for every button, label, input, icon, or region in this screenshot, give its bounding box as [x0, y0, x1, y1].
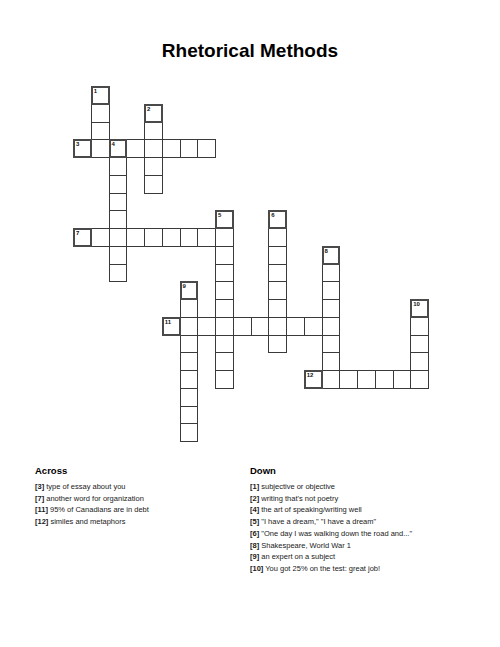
grid-cell-r9c11[interactable]: [268, 246, 287, 265]
grid-cell-r13c11[interactable]: [268, 317, 287, 336]
grid-cell-r10c14[interactable]: [322, 264, 341, 283]
clue-down-4: [4] the art of speaking/writing well: [250, 504, 495, 516]
grid-cell-r13c10[interactable]: [251, 317, 270, 336]
grid-cell-r3c7[interactable]: [197, 139, 216, 158]
grid-cell-r1c4[interactable]: 2: [144, 104, 163, 123]
puzzle-title: Rhetorical Methods: [0, 40, 500, 62]
grid-cell-r13c13[interactable]: [304, 317, 323, 336]
grid-cell-r7c11[interactable]: 6: [268, 210, 287, 229]
grid-cell-r9c14[interactable]: 8: [322, 246, 341, 265]
across-clues-section: Across [3] type of essay about you[7] an…: [35, 465, 240, 528]
grid-cell-r3c4[interactable]: [144, 139, 163, 158]
clue-number-3: 3: [76, 141, 79, 148]
grid-cell-r11c11[interactable]: [268, 281, 287, 300]
grid-cell-r3c1[interactable]: [91, 139, 110, 158]
grid-cell-r15c14[interactable]: [322, 352, 341, 371]
grid-cell-r16c13[interactable]: 12: [304, 370, 323, 389]
grid-cell-r8c8[interactable]: [215, 228, 234, 247]
grid-cell-r12c11[interactable]: [268, 299, 287, 318]
clue-down-8: [8] Shakespeare, World War 1: [250, 540, 495, 552]
across-clue-list: [3] type of essay about you[7] another w…: [35, 481, 240, 528]
grid-cell-r8c0[interactable]: 7: [73, 228, 92, 247]
grid-cell-r16c18[interactable]: [393, 370, 412, 389]
clue-down-2: [2] writing that's not poetry: [250, 493, 495, 505]
clue-number-6: 6: [271, 212, 274, 219]
down-clues-section: Down [1] subjective or objective[2] writ…: [250, 465, 495, 575]
grid-cell-r11c6[interactable]: 9: [180, 281, 199, 300]
clue-down-9: [9] an expert on a subject: [250, 551, 495, 563]
grid-cell-r8c3[interactable]: [126, 228, 145, 247]
grid-cell-r16c8[interactable]: [215, 370, 234, 389]
grid-cell-r7c2[interactable]: [109, 210, 128, 229]
grid-cell-r11c8[interactable]: [215, 281, 234, 300]
grid-cell-r1c1[interactable]: [91, 104, 110, 123]
grid-cell-r3c2[interactable]: 4: [109, 139, 128, 158]
clue-down-1: [1] subjective or objective: [250, 481, 495, 493]
clue-down-6: [6] "One day I was walking down the road…: [250, 528, 495, 540]
grid-cell-r11c14[interactable]: [322, 281, 341, 300]
grid-cell-r12c19[interactable]: 10: [410, 299, 429, 318]
grid-cell-r12c6[interactable]: [180, 299, 199, 318]
clue-number-2: 2: [147, 106, 150, 113]
grid-cell-r4c2[interactable]: [109, 157, 128, 176]
grid-cell-r13c19[interactable]: [410, 317, 429, 336]
grid-cell-r13c6[interactable]: [180, 317, 199, 336]
grid-cell-r13c5[interactable]: 11: [162, 317, 181, 336]
grid-cell-r15c6[interactable]: [180, 352, 199, 371]
clue-number-12: 12: [307, 372, 314, 379]
grid-cell-r6c2[interactable]: [109, 193, 128, 212]
grid-cell-r8c5[interactable]: [162, 228, 181, 247]
clue-number-9: 9: [183, 283, 186, 290]
grid-cell-r15c19[interactable]: [410, 352, 429, 371]
grid-cell-r14c6[interactable]: [180, 335, 199, 354]
grid-cell-r10c8[interactable]: [215, 264, 234, 283]
grid-cell-r16c19[interactable]: [410, 370, 429, 389]
clue-number-4: 4: [112, 141, 115, 148]
clue-number-7: 7: [76, 230, 79, 237]
grid-cell-r2c4[interactable]: [144, 122, 163, 141]
down-header: Down: [250, 465, 495, 477]
clue-number-8: 8: [325, 248, 328, 255]
grid-cell-r16c15[interactable]: [339, 370, 358, 389]
grid-cell-r15c8[interactable]: [215, 352, 234, 371]
grid-cell-r18c6[interactable]: [180, 406, 199, 425]
clue-across-3: [3] type of essay about you: [35, 481, 240, 493]
grid-cell-r16c6[interactable]: [180, 370, 199, 389]
grid-cell-r8c7[interactable]: [197, 228, 216, 247]
grid-cell-r5c4[interactable]: [144, 175, 163, 194]
clue-down-5: [5] "I have a dream," "I have a dream": [250, 516, 495, 528]
grid-cell-r19c6[interactable]: [180, 423, 199, 442]
grid-cell-r12c8[interactable]: [215, 299, 234, 318]
grid-cell-r3c6[interactable]: [180, 139, 199, 158]
grid-cell-r17c6[interactable]: [180, 388, 199, 407]
grid-cell-r3c3[interactable]: [126, 139, 145, 158]
grid-cell-r14c19[interactable]: [410, 335, 429, 354]
down-clue-list: [1] subjective or objective[2] writing t…: [250, 481, 495, 575]
grid-cell-r14c11[interactable]: [268, 335, 287, 354]
grid-cell-r13c8[interactable]: [215, 317, 234, 336]
grid-cell-r4c4[interactable]: [144, 157, 163, 176]
grid-cell-r16c16[interactable]: [357, 370, 376, 389]
grid-cell-r13c14[interactable]: [322, 317, 341, 336]
grid-cell-r8c6[interactable]: [180, 228, 199, 247]
clue-across-7: [7] another word for organization: [35, 493, 240, 505]
grid-cell-r14c8[interactable]: [215, 335, 234, 354]
grid-cell-r3c0[interactable]: 3: [73, 139, 92, 158]
clue-number-1: 1: [94, 88, 97, 95]
grid-cell-r13c9[interactable]: [233, 317, 252, 336]
grid-cell-r8c1[interactable]: [91, 228, 110, 247]
grid-cell-r14c14[interactable]: [322, 335, 341, 354]
grid-cell-r0c1[interactable]: 1: [91, 86, 110, 105]
grid-cell-r9c2[interactable]: [109, 246, 128, 265]
clue-across-11: [11] 95% of Canadians are in debt: [35, 504, 240, 516]
clue-number-10: 10: [413, 301, 420, 308]
grid-cell-r16c14[interactable]: [322, 370, 341, 389]
grid-cell-r10c11[interactable]: [268, 264, 287, 283]
grid-cell-r13c7[interactable]: [197, 317, 216, 336]
grid-cell-r7c8[interactable]: 5: [215, 210, 234, 229]
grid-cell-r3c5[interactable]: [162, 139, 181, 158]
across-header: Across: [35, 465, 240, 477]
clue-down-10: [10] You got 25% on the test: great job!: [250, 563, 495, 575]
grid-cell-r10c2[interactable]: [109, 264, 128, 283]
grid-cell-r8c4[interactable]: [144, 228, 163, 247]
grid-cell-r12c14[interactable]: [322, 299, 341, 318]
grid-cell-r5c2[interactable]: [109, 175, 128, 194]
grid-cell-r2c1[interactable]: [91, 122, 110, 141]
grid-cell-r9c8[interactable]: [215, 246, 234, 265]
grid-cell-r16c17[interactable]: [375, 370, 394, 389]
clue-across-12: [12] similes and metaphors: [35, 516, 240, 528]
crossword-worksheet: Rhetorical Methods 123456789101112 Acros…: [0, 0, 500, 647]
clue-number-5: 5: [218, 212, 221, 219]
crossword-grid: 123456789101112: [73, 86, 429, 442]
grid-cell-r13c12[interactable]: [286, 317, 305, 336]
grid-cell-r8c2[interactable]: [109, 228, 128, 247]
clue-number-11: 11: [165, 319, 171, 326]
grid-cell-r8c11[interactable]: [268, 228, 287, 247]
